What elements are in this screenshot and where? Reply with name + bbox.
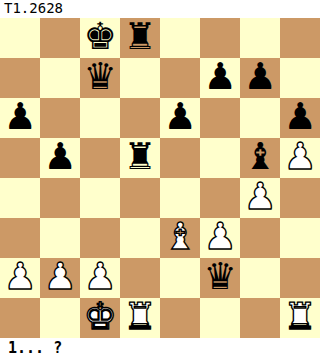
chess-board: ♚♜♛♟♟♟♟♟♟♜♝♟♟♝♟♟♟♟♛♚♜♜: [0, 18, 320, 338]
square-h3[interactable]: [280, 218, 320, 258]
square-g7[interactable]: ♟: [240, 58, 280, 98]
black-king[interactable]: ♚: [83, 17, 116, 57]
square-b7[interactable]: [40, 58, 80, 98]
square-b4[interactable]: [40, 178, 80, 218]
square-a1[interactable]: [0, 298, 40, 338]
square-d6[interactable]: [120, 98, 160, 138]
black-pawn[interactable]: ♟: [43, 137, 76, 177]
white-rook[interactable]: ♜: [123, 297, 156, 337]
square-e2[interactable]: [160, 258, 200, 298]
square-d5[interactable]: ♜: [120, 138, 160, 178]
square-g8[interactable]: [240, 18, 280, 58]
square-b6[interactable]: [40, 98, 80, 138]
square-e7[interactable]: [160, 58, 200, 98]
black-queen[interactable]: ♛: [83, 57, 116, 97]
square-b2[interactable]: ♟: [40, 258, 80, 298]
square-f3[interactable]: ♟: [200, 218, 240, 258]
square-b1[interactable]: [40, 298, 80, 338]
white-pawn[interactable]: ♟: [3, 257, 36, 297]
chess-puzzle-app: T1.2628 ♚♜♛♟♟♟♟♟♟♜♝♟♟♝♟♟♟♟♛♚♜♜ 1... ?: [0, 0, 320, 360]
square-f1[interactable]: [200, 298, 240, 338]
white-pawn[interactable]: ♟: [243, 177, 276, 217]
square-a3[interactable]: [0, 218, 40, 258]
square-h1[interactable]: ♜: [280, 298, 320, 338]
square-e5[interactable]: [160, 138, 200, 178]
square-d4[interactable]: [120, 178, 160, 218]
square-g4[interactable]: ♟: [240, 178, 280, 218]
puzzle-title: T1.2628: [0, 0, 320, 18]
square-d1[interactable]: ♜: [120, 298, 160, 338]
square-b8[interactable]: [40, 18, 80, 58]
white-rook[interactable]: ♜: [283, 297, 316, 337]
square-c1[interactable]: ♚: [80, 298, 120, 338]
white-king[interactable]: ♚: [83, 297, 116, 337]
white-bishop[interactable]: ♝: [163, 217, 196, 257]
white-pawn[interactable]: ♟: [83, 257, 116, 297]
square-g5[interactable]: ♝: [240, 138, 280, 178]
square-c7[interactable]: ♛: [80, 58, 120, 98]
square-c2[interactable]: ♟: [80, 258, 120, 298]
square-e1[interactable]: [160, 298, 200, 338]
square-c4[interactable]: [80, 178, 120, 218]
square-f6[interactable]: [200, 98, 240, 138]
square-h5[interactable]: ♟: [280, 138, 320, 178]
square-d3[interactable]: [120, 218, 160, 258]
black-pawn[interactable]: ♟: [203, 57, 236, 97]
square-d2[interactable]: [120, 258, 160, 298]
black-rook[interactable]: ♜: [123, 137, 156, 177]
square-a6[interactable]: ♟: [0, 98, 40, 138]
square-a4[interactable]: [0, 178, 40, 218]
square-g3[interactable]: [240, 218, 280, 258]
square-a7[interactable]: [0, 58, 40, 98]
square-b5[interactable]: ♟: [40, 138, 80, 178]
square-h7[interactable]: [280, 58, 320, 98]
square-a8[interactable]: [0, 18, 40, 58]
square-h4[interactable]: [280, 178, 320, 218]
square-h8[interactable]: [280, 18, 320, 58]
square-h2[interactable]: [280, 258, 320, 298]
square-b3[interactable]: [40, 218, 80, 258]
square-g1[interactable]: [240, 298, 280, 338]
square-c3[interactable]: [80, 218, 120, 258]
white-pawn[interactable]: ♟: [43, 257, 76, 297]
square-f7[interactable]: ♟: [200, 58, 240, 98]
square-f5[interactable]: [200, 138, 240, 178]
square-e4[interactable]: [160, 178, 200, 218]
white-pawn[interactable]: ♟: [203, 217, 236, 257]
black-pawn[interactable]: ♟: [283, 97, 316, 137]
square-f2[interactable]: ♛: [200, 258, 240, 298]
square-c6[interactable]: [80, 98, 120, 138]
black-pawn[interactable]: ♟: [3, 97, 36, 137]
square-c8[interactable]: ♚: [80, 18, 120, 58]
square-g2[interactable]: [240, 258, 280, 298]
square-g6[interactable]: [240, 98, 280, 138]
black-pawn[interactable]: ♟: [243, 57, 276, 97]
square-f4[interactable]: [200, 178, 240, 218]
square-a5[interactable]: [0, 138, 40, 178]
square-e8[interactable]: [160, 18, 200, 58]
square-f8[interactable]: [200, 18, 240, 58]
black-bishop[interactable]: ♝: [243, 137, 276, 177]
square-e3[interactable]: ♝: [160, 218, 200, 258]
white-pawn[interactable]: ♟: [283, 137, 316, 177]
square-e6[interactable]: ♟: [160, 98, 200, 138]
square-a2[interactable]: ♟: [0, 258, 40, 298]
black-rook[interactable]: ♜: [123, 17, 156, 57]
black-queen[interactable]: ♛: [203, 257, 236, 297]
square-d7[interactable]: [120, 58, 160, 98]
square-h6[interactable]: ♟: [280, 98, 320, 138]
square-d8[interactable]: ♜: [120, 18, 160, 58]
black-pawn[interactable]: ♟: [163, 97, 196, 137]
move-prompt: 1... ?: [0, 338, 320, 360]
square-c5[interactable]: [80, 138, 120, 178]
